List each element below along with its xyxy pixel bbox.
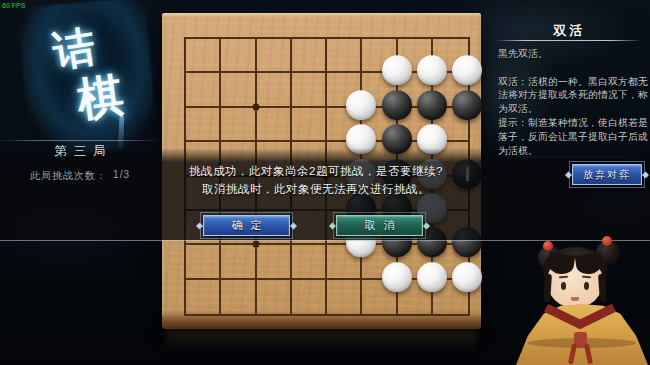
dialog-message-line2: 取消挑战时，此对象便无法再次进行挑战。 <box>0 182 632 197</box>
white-stone <box>346 90 376 120</box>
puzzle-description: 黑先双活。双活：活棋的一种。黑白双方都无法将对方提取或杀死的情况下，称为双活。提… <box>498 47 648 157</box>
game-screen: 60 FPS 诘 棋 第三局 此局挑战次数： 1/3 挑战成功，此对象尚余2题可… <box>0 0 650 365</box>
description-line: 黑先双活。 <box>498 47 648 61</box>
round-label: 第三局 <box>0 143 160 160</box>
description-line <box>498 61 648 75</box>
white-stone <box>417 56 447 86</box>
confirm-button[interactable]: 确定 <box>203 215 290 236</box>
sidelock-left <box>543 274 552 302</box>
hair-bead-right <box>602 236 612 246</box>
description-line: 提示：制造某种情况，使白棋若是 <box>498 116 648 130</box>
white-stone <box>452 262 482 292</box>
description-line: 双活：活棋的一种。黑白双方都无 <box>498 75 648 89</box>
star-point <box>252 241 259 248</box>
eye-left <box>561 282 566 290</box>
npc-girl-character <box>512 234 650 365</box>
dialog-message-line1: 挑战成功，此对象尚余2题可挑战，是否要继续? <box>0 164 632 179</box>
right-panel-separator <box>500 156 638 158</box>
puzzle-type-title: 双活 <box>497 22 639 40</box>
sidelock-right <box>598 274 607 302</box>
mouth <box>571 297 579 301</box>
board-reflection <box>166 330 477 352</box>
description-line: 法将对方提取或杀死的情况下，称 <box>498 88 648 102</box>
fps-counter: 60 FPS <box>2 2 25 9</box>
right-panel-underline <box>497 40 639 41</box>
star-point <box>252 103 259 110</box>
black-stone <box>382 90 412 120</box>
white-stone <box>452 56 482 86</box>
description-line: 为双活。 <box>498 102 648 116</box>
white-stone <box>382 262 412 292</box>
give-up-button[interactable]: 放弃对弈 <box>572 164 642 185</box>
white-stone <box>417 262 447 292</box>
left-panel-divider <box>0 140 160 141</box>
black-stone <box>417 90 447 120</box>
black-stone <box>452 90 482 120</box>
puzzle-title-art: 诘 棋 <box>24 1 157 161</box>
cancel-button[interactable]: 取消 <box>336 215 423 236</box>
white-stone <box>382 56 412 86</box>
eye-right <box>584 282 589 290</box>
hair-bead-left <box>543 241 553 251</box>
board-front-edge <box>162 316 481 329</box>
description-line: 落子，反而会让黑子提取白子后成 <box>498 130 648 144</box>
